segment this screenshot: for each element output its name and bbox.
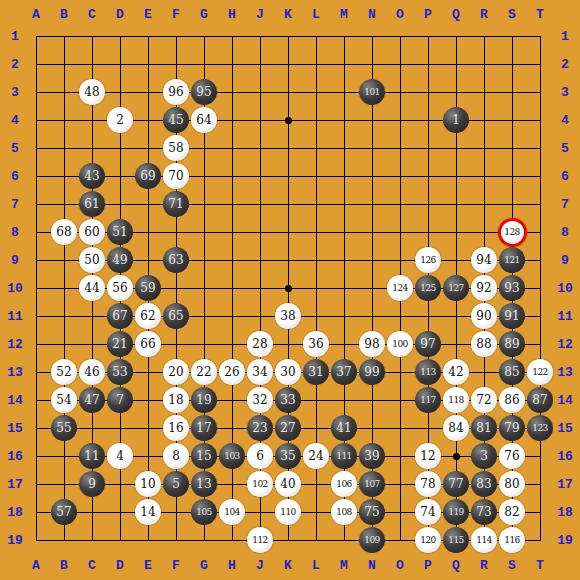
stone-white-58: 58 xyxy=(163,135,189,161)
coordinate-label: 13 xyxy=(0,358,30,386)
stone-black-119: 119 xyxy=(443,499,469,525)
move-number: 70 xyxy=(168,170,183,182)
coordinate-label: R xyxy=(470,552,498,578)
move-number: 104 xyxy=(224,508,240,517)
coordinate-label: H xyxy=(218,1,246,27)
coordinate-label: 19 xyxy=(0,526,30,554)
stone-white-126: 126 xyxy=(415,247,441,273)
coordinate-label: R xyxy=(470,1,498,27)
coordinate-label: S xyxy=(498,552,526,578)
stone-black-5: 5 xyxy=(163,471,189,497)
column-labels-bottom: ABCDEFGHJKLMNOPQRST xyxy=(22,552,554,578)
move-number: 46 xyxy=(84,366,99,378)
move-number: 20 xyxy=(168,366,183,378)
stone-black-3: 3 xyxy=(471,443,497,469)
stone-white-120: 120 xyxy=(415,527,441,553)
coordinate-label: C xyxy=(78,1,106,27)
stone-white-124: 124 xyxy=(387,275,413,301)
stone-black-95: 95 xyxy=(191,79,217,105)
stone-white-100: 100 xyxy=(387,331,413,357)
coordinate-label: 18 xyxy=(0,498,30,526)
move-number: 77 xyxy=(448,478,463,490)
stone-white-76: 76 xyxy=(499,443,525,469)
stone-black-127: 127 xyxy=(443,275,469,301)
coordinate-label: 5 xyxy=(0,134,30,162)
move-number: 5 xyxy=(172,478,180,490)
stone-white-32: 32 xyxy=(247,387,273,413)
stone-white-106: 106 xyxy=(331,471,357,497)
coordinate-label: 3 xyxy=(0,78,30,106)
stone-white-102: 102 xyxy=(247,471,273,497)
move-number: 56 xyxy=(112,282,127,294)
stone-black-35: 35 xyxy=(275,443,301,469)
coordinate-label: 3 xyxy=(550,78,580,106)
move-number: 28 xyxy=(252,338,267,350)
move-number: 101 xyxy=(364,88,380,97)
coordinate-label: Q xyxy=(442,552,470,578)
stone-black-15: 15 xyxy=(191,443,217,469)
coordinate-label: 9 xyxy=(0,246,30,274)
move-number: 3 xyxy=(480,450,488,462)
move-number: 110 xyxy=(280,508,296,517)
coordinate-label: 16 xyxy=(0,442,30,470)
coordinate-label: 6 xyxy=(0,162,30,190)
coordinate-label: G xyxy=(190,552,218,578)
move-number: 68 xyxy=(56,226,71,238)
move-number: 15 xyxy=(196,450,211,462)
stone-black-41: 41 xyxy=(331,415,357,441)
stone-black-91: 91 xyxy=(499,303,525,329)
move-number: 83 xyxy=(476,478,491,490)
stone-white-16: 16 xyxy=(163,415,189,441)
coordinate-label: Q xyxy=(442,1,470,27)
move-number: 65 xyxy=(168,310,183,322)
coordinate-label: P xyxy=(414,1,442,27)
move-number: 117 xyxy=(420,396,436,405)
stone-white-20: 20 xyxy=(163,359,189,385)
move-number: 124 xyxy=(392,284,408,293)
move-number: 38 xyxy=(280,310,295,322)
stone-white-28: 28 xyxy=(247,331,273,357)
stone-white-78: 78 xyxy=(415,471,441,497)
stone-black-7: 7 xyxy=(107,387,133,413)
stone-black-27: 27 xyxy=(275,415,301,441)
stone-black-111: 111 xyxy=(331,443,357,469)
move-number: 22 xyxy=(196,366,211,378)
move-number: 13 xyxy=(196,478,211,490)
stone-white-64: 64 xyxy=(191,107,217,133)
move-number: 75 xyxy=(364,506,379,518)
move-number: 73 xyxy=(476,506,491,518)
move-number: 69 xyxy=(140,170,155,182)
coordinate-label: 8 xyxy=(550,218,580,246)
stone-black-115: 115 xyxy=(443,527,469,553)
stone-white-80: 80 xyxy=(499,471,525,497)
move-number: 66 xyxy=(140,338,155,350)
coordinate-label: 6 xyxy=(550,162,580,190)
coordinate-label: K xyxy=(274,552,302,578)
stone-white-22: 22 xyxy=(191,359,217,385)
stone-black-99: 99 xyxy=(359,359,385,385)
move-number: 54 xyxy=(56,394,71,406)
stone-black-17: 17 xyxy=(191,415,217,441)
coordinate-label: F xyxy=(162,1,190,27)
move-number: 125 xyxy=(420,284,436,293)
stone-black-63: 63 xyxy=(163,247,189,273)
move-number: 122 xyxy=(532,368,548,377)
move-number: 16 xyxy=(168,422,183,434)
move-number: 59 xyxy=(140,282,155,294)
stone-black-61: 61 xyxy=(79,191,105,217)
move-number: 21 xyxy=(112,338,127,350)
coordinate-label: 9 xyxy=(550,246,580,274)
stone-white-108: 108 xyxy=(331,499,357,525)
move-number: 74 xyxy=(420,506,435,518)
move-number: 97 xyxy=(420,338,435,350)
move-number: 120 xyxy=(420,536,436,545)
move-number: 18 xyxy=(168,394,183,406)
coordinate-label: N xyxy=(358,552,386,578)
move-number: 44 xyxy=(84,282,99,294)
coordinate-label: 11 xyxy=(0,302,30,330)
move-number: 51 xyxy=(112,226,127,238)
coordinate-label: M xyxy=(330,1,358,27)
stone-black-49: 49 xyxy=(107,247,133,273)
move-number: 23 xyxy=(252,422,267,434)
coordinate-label: P xyxy=(414,552,442,578)
coordinate-label: 4 xyxy=(550,106,580,134)
stone-white-36: 36 xyxy=(303,331,329,357)
stone-white-4: 4 xyxy=(107,443,133,469)
coordinate-label: B xyxy=(50,1,78,27)
stone-black-31: 31 xyxy=(303,359,329,385)
coordinate-label: 16 xyxy=(550,442,580,470)
move-number: 9 xyxy=(88,478,96,490)
stone-white-60: 60 xyxy=(79,219,105,245)
stone-white-104: 104 xyxy=(219,499,245,525)
stone-white-8: 8 xyxy=(163,443,189,469)
stone-black-117: 117 xyxy=(415,387,441,413)
stone-black-89: 89 xyxy=(499,331,525,357)
move-number: 64 xyxy=(196,114,211,126)
coordinate-label: 19 xyxy=(550,526,580,554)
stone-black-21: 21 xyxy=(107,331,133,357)
move-number: 6 xyxy=(256,450,264,462)
coordinate-label: 10 xyxy=(550,274,580,302)
move-number: 34 xyxy=(252,366,267,378)
stone-black-107: 107 xyxy=(359,471,385,497)
stone-white-2: 2 xyxy=(107,107,133,133)
stone-white-24: 24 xyxy=(303,443,329,469)
row-labels-right: 12345678910111213141516171819 xyxy=(550,22,580,554)
stone-white-10: 10 xyxy=(135,471,161,497)
stone-black-1: 1 xyxy=(443,107,469,133)
move-number: 35 xyxy=(280,450,295,462)
coordinate-label: G xyxy=(190,1,218,27)
stone-white-92: 92 xyxy=(471,275,497,301)
move-number: 93 xyxy=(504,282,519,294)
move-number: 96 xyxy=(168,86,183,98)
move-number: 47 xyxy=(84,394,99,406)
move-number: 78 xyxy=(420,478,435,490)
stone-black-43: 43 xyxy=(79,163,105,189)
move-number: 33 xyxy=(280,394,295,406)
move-number: 58 xyxy=(168,142,183,154)
coordinate-label: 1 xyxy=(550,22,580,50)
stone-black-57: 57 xyxy=(51,499,77,525)
stone-white-114: 114 xyxy=(471,527,497,553)
stone-white-62: 62 xyxy=(135,303,161,329)
move-number: 63 xyxy=(168,254,183,266)
coordinate-label: C xyxy=(78,552,106,578)
stone-white-56: 56 xyxy=(107,275,133,301)
move-number: 36 xyxy=(308,338,323,350)
coordinate-label: E xyxy=(134,552,162,578)
coordinate-label: J xyxy=(246,1,274,27)
stone-white-86: 86 xyxy=(499,387,525,413)
move-number: 48 xyxy=(84,86,99,98)
stone-white-72: 72 xyxy=(471,387,497,413)
stone-black-33: 33 xyxy=(275,387,301,413)
stone-white-30: 30 xyxy=(275,359,301,385)
move-number: 41 xyxy=(336,422,351,434)
stone-black-37: 37 xyxy=(331,359,357,385)
move-number: 12 xyxy=(420,450,435,462)
move-number: 57 xyxy=(56,506,71,518)
stone-black-101: 101 xyxy=(359,79,385,105)
stone-black-47: 47 xyxy=(79,387,105,413)
move-number: 76 xyxy=(504,450,519,462)
move-number: 7 xyxy=(116,394,124,406)
move-number: 105 xyxy=(196,508,212,517)
move-number: 71 xyxy=(168,198,183,210)
stone-black-73: 73 xyxy=(471,499,497,525)
stone-black-53: 53 xyxy=(107,359,133,385)
coordinate-label: K xyxy=(274,1,302,27)
coordinate-label: 12 xyxy=(550,330,580,358)
move-number: 1 xyxy=(452,114,460,126)
move-number: 82 xyxy=(504,506,519,518)
stone-white-18: 18 xyxy=(163,387,189,413)
move-number: 88 xyxy=(476,338,491,350)
stone-black-45: 45 xyxy=(163,107,189,133)
coordinate-label: J xyxy=(246,552,274,578)
coordinate-label: E xyxy=(134,1,162,27)
move-number: 45 xyxy=(168,114,183,126)
move-number: 86 xyxy=(504,394,519,406)
move-number: 84 xyxy=(448,422,463,434)
go-board: 1234567891011121314151617181920212223242… xyxy=(22,22,554,554)
stone-white-98: 98 xyxy=(359,331,385,357)
coordinate-label: H xyxy=(218,552,246,578)
stone-black-9: 9 xyxy=(79,471,105,497)
coordinate-label: F xyxy=(162,552,190,578)
coordinate-label: 14 xyxy=(550,386,580,414)
coordinate-label: N xyxy=(358,1,386,27)
row-labels-left: 12345678910111213141516171819 xyxy=(0,22,30,554)
move-number: 107 xyxy=(364,480,380,489)
move-number: 49 xyxy=(112,254,127,266)
stone-white-50: 50 xyxy=(79,247,105,273)
move-number: 55 xyxy=(56,422,71,434)
move-number: 115 xyxy=(448,536,464,545)
move-number: 119 xyxy=(448,508,464,517)
move-number: 39 xyxy=(364,450,379,462)
move-number: 67 xyxy=(112,310,127,322)
move-number: 98 xyxy=(364,338,379,350)
move-number: 24 xyxy=(308,450,323,462)
move-number: 102 xyxy=(252,480,268,489)
column-labels-top: ABCDEFGHJKLMNOPQRST xyxy=(22,1,554,27)
stone-black-93: 93 xyxy=(499,275,525,301)
stone-white-40: 40 xyxy=(275,471,301,497)
coordinate-label: D xyxy=(106,552,134,578)
star-point xyxy=(285,117,292,124)
stone-white-74: 74 xyxy=(415,499,441,525)
coordinate-label: A xyxy=(22,552,50,578)
move-number: 92 xyxy=(476,282,491,294)
stone-black-103: 103 xyxy=(219,443,245,469)
stone-black-71: 71 xyxy=(163,191,189,217)
coordinate-label: 4 xyxy=(0,106,30,134)
move-number: 62 xyxy=(140,310,155,322)
stone-white-84: 84 xyxy=(443,415,469,441)
stone-black-109: 109 xyxy=(359,527,385,553)
stone-black-55: 55 xyxy=(51,415,77,441)
move-number: 17 xyxy=(196,422,211,434)
stone-white-88: 88 xyxy=(471,331,497,357)
stone-white-48: 48 xyxy=(79,79,105,105)
stone-white-128: 128 xyxy=(498,218,527,247)
move-number: 113 xyxy=(420,368,436,377)
stone-white-82: 82 xyxy=(499,499,525,525)
stone-white-94: 94 xyxy=(471,247,497,273)
coordinate-label: 7 xyxy=(0,190,30,218)
stone-black-69: 69 xyxy=(135,163,161,189)
stone-white-14: 14 xyxy=(135,499,161,525)
coordinate-label: 1 xyxy=(0,22,30,50)
stone-white-6: 6 xyxy=(247,443,273,469)
move-number: 61 xyxy=(84,198,99,210)
stone-white-118: 118 xyxy=(443,387,469,413)
stone-white-12: 12 xyxy=(415,443,441,469)
stone-black-81: 81 xyxy=(471,415,497,441)
move-number: 112 xyxy=(252,536,268,545)
move-number: 14 xyxy=(140,506,155,518)
move-number: 85 xyxy=(504,366,519,378)
stone-black-67: 67 xyxy=(107,303,133,329)
stone-black-23: 23 xyxy=(247,415,273,441)
star-point xyxy=(453,453,460,460)
stone-black-13: 13 xyxy=(191,471,217,497)
move-number: 126 xyxy=(420,256,436,265)
move-number: 32 xyxy=(252,394,267,406)
move-number: 94 xyxy=(476,254,491,266)
move-number: 40 xyxy=(280,478,295,490)
move-number: 108 xyxy=(336,508,352,517)
move-number: 81 xyxy=(476,422,491,434)
stone-white-112: 112 xyxy=(247,527,273,553)
coordinate-label: 15 xyxy=(0,414,30,442)
stone-white-66: 66 xyxy=(135,331,161,357)
stone-white-110: 110 xyxy=(275,499,301,525)
stone-white-54: 54 xyxy=(51,387,77,413)
stone-black-11: 11 xyxy=(79,443,105,469)
stone-white-96: 96 xyxy=(163,79,189,105)
stone-white-38: 38 xyxy=(275,303,301,329)
go-board-diagram: ABCDEFGHJKLMNOPQRST ABCDEFGHJKLMNOPQRST … xyxy=(0,0,580,580)
coordinate-label: 13 xyxy=(550,358,580,386)
stone-black-113: 113 xyxy=(415,359,441,385)
stone-white-52: 52 xyxy=(51,359,77,385)
stone-black-121: 121 xyxy=(499,247,525,273)
coordinate-label: 17 xyxy=(0,470,30,498)
coordinate-label: 11 xyxy=(550,302,580,330)
stone-white-116: 116 xyxy=(499,527,525,553)
move-number: 109 xyxy=(364,536,380,545)
move-number: 4 xyxy=(116,450,124,462)
stone-black-39: 39 xyxy=(359,443,385,469)
stone-black-105: 105 xyxy=(191,499,217,525)
move-number: 87 xyxy=(532,394,547,406)
stone-black-79: 79 xyxy=(499,415,525,441)
move-number: 118 xyxy=(448,396,464,405)
stone-black-65: 65 xyxy=(163,303,189,329)
coordinate-label: 14 xyxy=(0,386,30,414)
stone-black-51: 51 xyxy=(107,219,133,245)
move-number: 42 xyxy=(448,366,463,378)
move-number: 72 xyxy=(476,394,491,406)
move-number: 100 xyxy=(392,340,408,349)
move-number: 30 xyxy=(280,366,295,378)
stone-white-46: 46 xyxy=(79,359,105,385)
move-number: 123 xyxy=(532,424,548,433)
move-number: 127 xyxy=(448,284,464,293)
coordinate-label: 2 xyxy=(0,50,30,78)
stone-black-97: 97 xyxy=(415,331,441,357)
stone-white-90: 90 xyxy=(471,303,497,329)
coordinate-label: 5 xyxy=(550,134,580,162)
coordinate-label: 18 xyxy=(550,498,580,526)
coordinate-label: 10 xyxy=(0,274,30,302)
coordinate-label: T xyxy=(526,552,554,578)
coordinate-label: 17 xyxy=(550,470,580,498)
move-number: 26 xyxy=(224,366,239,378)
move-number: 31 xyxy=(308,366,323,378)
move-number: 116 xyxy=(504,536,520,545)
move-number: 95 xyxy=(196,86,211,98)
move-number: 128 xyxy=(504,228,520,237)
move-number: 80 xyxy=(504,478,519,490)
stone-black-59: 59 xyxy=(135,275,161,301)
coordinate-label: L xyxy=(302,1,330,27)
coordinate-label: 15 xyxy=(550,414,580,442)
coordinate-label: M xyxy=(330,552,358,578)
stone-black-19: 19 xyxy=(191,387,217,413)
coordinate-label: O xyxy=(386,1,414,27)
move-number: 43 xyxy=(84,170,99,182)
stone-white-70: 70 xyxy=(163,163,189,189)
move-number: 90 xyxy=(476,310,491,322)
move-number: 114 xyxy=(476,536,492,545)
stone-black-85: 85 xyxy=(499,359,525,385)
star-point xyxy=(285,285,292,292)
move-number: 121 xyxy=(504,256,520,265)
move-number: 89 xyxy=(504,338,519,350)
stone-white-42: 42 xyxy=(443,359,469,385)
move-number: 27 xyxy=(280,422,295,434)
move-number: 60 xyxy=(84,226,99,238)
